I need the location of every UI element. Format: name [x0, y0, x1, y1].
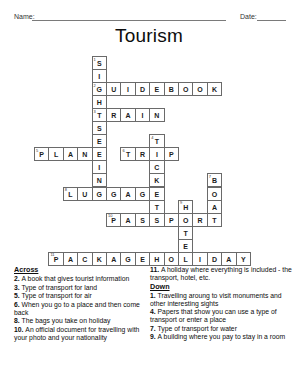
- grid-cell-r8c1[interactable]: 5P: [34, 147, 49, 161]
- cell-letter: B: [212, 177, 217, 184]
- cell-letter: N: [82, 151, 87, 158]
- grid-cell-r11c4[interactable]: U: [77, 187, 92, 201]
- grid-cell-r13c10[interactable]: P: [164, 213, 179, 227]
- cell-letter: I: [98, 164, 100, 171]
- clue-number-1: 1: [94, 58, 96, 62]
- grid-cell-r13c6[interactable]: 10P: [106, 213, 121, 227]
- grid-cell-r3c9[interactable]: E: [149, 82, 164, 96]
- cell-letter: T: [97, 112, 101, 119]
- cell-letter: O: [169, 256, 174, 263]
- crossword-grid: 1SI2GUIDEBOOKH3TRAINSE4T5PLANE6TRIPICNK7…: [34, 56, 252, 266]
- grid-cell-r16c6[interactable]: A: [106, 252, 121, 266]
- clue-across-5: 5. Type of transport for air: [14, 292, 147, 300]
- grid-cell-r5c8[interactable]: I: [135, 108, 150, 122]
- grid-cell-r5c5[interactable]: 3T: [92, 108, 107, 122]
- grid-cell-r11c6[interactable]: G: [106, 187, 121, 201]
- cell-letter: I: [98, 73, 100, 80]
- grid-cell-r16c14[interactable]: A: [221, 252, 236, 266]
- grid-cell-r8c7[interactable]: 6T: [120, 147, 135, 161]
- clue-number-2: 2: [94, 84, 96, 88]
- cell-letter: T: [155, 204, 159, 211]
- grid-cell-r3c12[interactable]: O: [192, 82, 207, 96]
- grid-cell-r8c9[interactable]: I: [149, 147, 164, 161]
- cell-letter: G: [125, 256, 130, 263]
- cell-letter: S: [140, 217, 145, 224]
- name-label: Name:: [14, 13, 35, 20]
- date-label: Date:: [240, 13, 257, 20]
- grid-cell-r15c11[interactable]: E: [178, 239, 193, 253]
- cell-letter: Y: [241, 256, 246, 263]
- grid-cell-r16c11[interactable]: L: [178, 252, 193, 266]
- clue-number-5: 5: [36, 149, 38, 153]
- grid-cell-r8c2[interactable]: L: [48, 147, 63, 161]
- cell-letter: O: [183, 217, 188, 224]
- cell-letter: A: [126, 191, 131, 198]
- grid-cell-r12c9[interactable]: T: [149, 200, 164, 214]
- cell-letter: E: [183, 243, 188, 250]
- grid-cell-r5c6[interactable]: R: [106, 108, 121, 122]
- cell-letter: H: [154, 256, 159, 263]
- cell-letter: G: [111, 191, 116, 198]
- grid-cell-r5c9[interactable]: N: [149, 108, 164, 122]
- clue-across-6: 6. When you go to a place and then come …: [14, 301, 147, 317]
- cell-letter: U: [82, 191, 87, 198]
- page-title: Tourism: [0, 25, 298, 47]
- cell-letter: C: [154, 164, 159, 171]
- clues-column-right: 11. A holiday where everything is includ…: [150, 266, 292, 342]
- cell-letter: E: [97, 151, 102, 158]
- cell-letter: N: [97, 177, 102, 184]
- grid-cell-r3c6[interactable]: U: [106, 82, 121, 96]
- grid-cell-r16c7[interactable]: G: [120, 252, 135, 266]
- grid-cell-r3c7[interactable]: I: [120, 82, 135, 96]
- grid-cell-r16c9[interactable]: H: [149, 252, 164, 266]
- cell-letter: A: [68, 256, 73, 263]
- grid-cell-r16c15[interactable]: Y: [236, 252, 251, 266]
- cell-letter: K: [154, 177, 159, 184]
- name-input-line[interactable]: [32, 20, 226, 21]
- cell-letter: I: [199, 256, 201, 263]
- clue-down-7: 7. Type of transport for water: [150, 325, 292, 333]
- cell-letter: P: [39, 151, 44, 158]
- grid-cell-r10c9[interactable]: K: [149, 173, 164, 187]
- clue-down-4: 4. Papers that show you can use a type o…: [150, 308, 292, 324]
- clue-across-8: 8. The bags you take on holiday: [14, 317, 147, 325]
- clue-down-9: 9. A building where you pay to stay in a…: [150, 333, 292, 341]
- cell-letter: I: [127, 86, 129, 93]
- grid-cell-r8c8[interactable]: R: [135, 147, 150, 161]
- clue-number-7: 7: [209, 175, 211, 179]
- grid-cell-r8c4[interactable]: N: [77, 147, 92, 161]
- date-input-line[interactable]: [257, 20, 286, 21]
- grid-cell-r10c13[interactable]: 7B: [207, 173, 222, 187]
- grid-cell-r3c5[interactable]: 2G: [92, 82, 107, 96]
- grid-cell-r13c13[interactable]: T: [207, 213, 222, 227]
- grid-cell-r16c2[interactable]: 11P: [48, 252, 63, 266]
- grid-cell-r16c8[interactable]: E: [135, 252, 150, 266]
- cell-letter: S: [155, 217, 160, 224]
- grid-cell-r7c9[interactable]: 4T: [149, 134, 164, 148]
- cell-letter: G: [97, 86, 102, 93]
- cell-letter: A: [212, 204, 217, 211]
- clue-number-9: 9: [180, 201, 182, 205]
- grid-cell-r11c9[interactable]: E: [149, 187, 164, 201]
- cell-letter: G: [97, 191, 102, 198]
- cell-letter: T: [184, 230, 188, 237]
- clue-across-3: 3. Type of transport for land: [14, 284, 147, 292]
- across-clue-list-continued: 11. A holiday where everything is includ…: [150, 266, 292, 282]
- grid-cell-r13c12[interactable]: R: [192, 213, 207, 227]
- grid-cell-r13c7[interactable]: A: [120, 213, 135, 227]
- cell-letter: R: [140, 151, 145, 158]
- grid-cell-r12c13[interactable]: A: [207, 200, 222, 214]
- cell-letter: R: [198, 217, 203, 224]
- grid-cell-r13c9[interactable]: S: [149, 213, 164, 227]
- cell-letter: E: [155, 86, 160, 93]
- cell-letter: K: [97, 256, 102, 263]
- grid-cell-r13c8[interactable]: S: [135, 213, 150, 227]
- grid-cell-r12c11[interactable]: 9H: [178, 200, 193, 214]
- clues-section: Across 2. A book that gives tourist info…: [14, 266, 292, 342]
- clue-down-1: 1. Travelling aroung to visit monuments …: [150, 292, 292, 308]
- cell-letter: L: [184, 256, 188, 263]
- clue-across-2: 2. A book that gives tourist information: [14, 275, 147, 283]
- grid-cell-r3c13[interactable]: K: [207, 82, 222, 96]
- cell-letter: T: [212, 217, 216, 224]
- grid-cell-r11c7[interactable]: A: [120, 187, 135, 201]
- cell-letter: O: [197, 86, 202, 93]
- clue-number-10: 10: [108, 214, 112, 218]
- grid-cell-r14c11[interactable]: T: [178, 226, 193, 240]
- grid-cell-r8c5[interactable]: E: [92, 147, 107, 161]
- cell-letter: T: [126, 151, 130, 158]
- cell-letter: D: [140, 86, 145, 93]
- cell-letter: I: [156, 151, 158, 158]
- cell-letter: E: [97, 138, 102, 145]
- cell-letter: G: [140, 191, 145, 198]
- cell-letter: K: [212, 86, 217, 93]
- cell-letter: U: [111, 86, 116, 93]
- cell-letter: A: [111, 256, 116, 263]
- grid-cell-r5c7[interactable]: A: [120, 108, 135, 122]
- grid-cell-r3c8[interactable]: D: [135, 82, 150, 96]
- cell-letter: H: [183, 204, 188, 211]
- grid-cell-r7c5[interactable]: E: [92, 134, 107, 148]
- clue-across-11: 11. A holiday where everything is includ…: [150, 266, 292, 282]
- grid-cell-r3c10[interactable]: B: [164, 82, 179, 96]
- cell-letter: E: [140, 256, 145, 263]
- grid-cell-r8c10[interactable]: P: [164, 147, 179, 161]
- cell-letter: I: [142, 112, 144, 119]
- grid-cell-r16c3[interactable]: A: [63, 252, 78, 266]
- cell-letter: L: [68, 191, 72, 198]
- clue-number-8: 8: [65, 188, 67, 192]
- down-header: Down: [150, 283, 292, 291]
- cell-letter: B: [169, 86, 174, 93]
- across-header: Across: [14, 266, 147, 274]
- grid-cell-r9c9[interactable]: C: [149, 160, 164, 174]
- grid-cell-r11c13[interactable]: O: [207, 187, 222, 201]
- cell-letter: S: [97, 60, 102, 67]
- grid-cell-r13c11[interactable]: O: [178, 213, 193, 227]
- grid-cell-r4c5[interactable]: H: [92, 95, 107, 109]
- cell-letter: O: [183, 86, 188, 93]
- cell-letter: N: [154, 112, 159, 119]
- grid-cell-r16c12[interactable]: I: [192, 252, 207, 266]
- cell-letter: L: [54, 151, 58, 158]
- cell-letter: A: [126, 217, 131, 224]
- grid-cell-r8c3[interactable]: A: [63, 147, 78, 161]
- cell-letter: P: [169, 151, 174, 158]
- cell-letter: C: [82, 256, 87, 263]
- clue-number-3: 3: [94, 110, 96, 114]
- down-clue-list: 1. Travelling aroung to visit monuments …: [150, 292, 292, 342]
- grid-cell-r11c3[interactable]: 8L: [63, 187, 78, 201]
- grid-cell-r16c13[interactable]: D: [207, 252, 222, 266]
- cell-letter: A: [226, 256, 231, 263]
- clue-number-11: 11: [50, 253, 54, 257]
- across-clue-list: 2. A book that gives tourist information…: [14, 275, 147, 342]
- clue-number-4: 4: [151, 136, 153, 140]
- grid-cell-r16c10[interactable]: O: [164, 252, 179, 266]
- grid-cell-r2c5[interactable]: I: [92, 69, 107, 83]
- cell-letter: H: [97, 99, 102, 106]
- clues-column-left: Across 2. A book that gives tourist info…: [14, 266, 147, 342]
- cell-letter: T: [155, 138, 159, 145]
- grid-cell-r3c11[interactable]: O: [178, 82, 193, 96]
- clue-across-10: 10. An official document for travelling …: [14, 326, 147, 342]
- cell-letter: R: [111, 112, 116, 119]
- cell-letter: A: [68, 151, 73, 158]
- cell-letter: D: [212, 256, 217, 263]
- grid-cell-r9c5[interactable]: I: [92, 160, 107, 174]
- grid-cell-r10c5[interactable]: N: [92, 173, 107, 187]
- cell-letter: O: [212, 191, 217, 198]
- grid-cell-r16c4[interactable]: C: [77, 252, 92, 266]
- grid-cell-r1c5[interactable]: 1S: [92, 56, 107, 70]
- grid-cell-r6c5[interactable]: S: [92, 121, 107, 135]
- cell-letter: E: [155, 191, 160, 198]
- grid-cell-r16c5[interactable]: K: [92, 252, 107, 266]
- clue-number-6: 6: [122, 149, 124, 153]
- cell-letter: P: [169, 217, 174, 224]
- cell-letter: A: [126, 112, 131, 119]
- cell-letter: S: [97, 125, 102, 132]
- grid-cell-r11c5[interactable]: G: [92, 187, 107, 201]
- grid-cell-r11c8[interactable]: G: [135, 187, 150, 201]
